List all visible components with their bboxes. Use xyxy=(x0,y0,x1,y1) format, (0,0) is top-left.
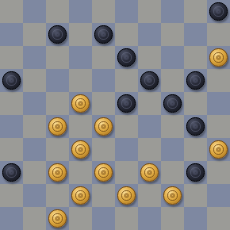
board-square xyxy=(207,69,230,92)
board-square[interactable] xyxy=(161,138,184,161)
board-square xyxy=(23,69,46,92)
board-square xyxy=(46,0,69,23)
board-square xyxy=(115,161,138,184)
board-square xyxy=(92,138,115,161)
draughts-board xyxy=(0,0,230,230)
board-square xyxy=(207,23,230,46)
board-square[interactable] xyxy=(92,115,115,138)
board-square xyxy=(69,115,92,138)
board-square[interactable] xyxy=(207,138,230,161)
board-square xyxy=(46,46,69,69)
board-square[interactable] xyxy=(184,115,207,138)
board-square[interactable] xyxy=(207,92,230,115)
board-square xyxy=(115,69,138,92)
gold-man[interactable] xyxy=(209,48,228,67)
board-square[interactable] xyxy=(115,138,138,161)
dark-man[interactable] xyxy=(163,94,182,113)
board-square[interactable] xyxy=(207,46,230,69)
dark-man[interactable] xyxy=(186,163,205,182)
dark-man[interactable] xyxy=(94,25,113,44)
board-square[interactable] xyxy=(207,0,230,23)
board-square[interactable] xyxy=(184,207,207,230)
board-square[interactable] xyxy=(0,115,23,138)
board-square xyxy=(161,23,184,46)
board-square xyxy=(207,207,230,230)
gold-man[interactable] xyxy=(163,186,182,205)
board-square xyxy=(69,69,92,92)
board-square xyxy=(138,0,161,23)
gold-man[interactable] xyxy=(48,163,67,182)
board-square[interactable] xyxy=(138,207,161,230)
board-square xyxy=(161,207,184,230)
board-square[interactable] xyxy=(69,138,92,161)
board-square xyxy=(115,207,138,230)
board-square xyxy=(23,23,46,46)
gold-man[interactable] xyxy=(71,140,90,159)
board-square xyxy=(92,0,115,23)
board-square xyxy=(0,92,23,115)
dark-man[interactable] xyxy=(186,71,205,90)
board-square xyxy=(115,23,138,46)
board-square[interactable] xyxy=(0,161,23,184)
board-square[interactable] xyxy=(161,92,184,115)
board-square[interactable] xyxy=(92,23,115,46)
board-square[interactable] xyxy=(138,69,161,92)
board-square[interactable] xyxy=(138,161,161,184)
board-square[interactable] xyxy=(69,0,92,23)
board-square[interactable] xyxy=(46,23,69,46)
board-square[interactable] xyxy=(69,184,92,207)
board-square[interactable] xyxy=(69,46,92,69)
board-square[interactable] xyxy=(46,115,69,138)
dark-man[interactable] xyxy=(2,71,21,90)
board-square xyxy=(138,138,161,161)
board-square[interactable] xyxy=(184,23,207,46)
board-square[interactable] xyxy=(23,46,46,69)
dark-man[interactable] xyxy=(2,163,21,182)
board-square xyxy=(138,184,161,207)
board-square[interactable] xyxy=(23,92,46,115)
board-square[interactable] xyxy=(46,207,69,230)
dark-man[interactable] xyxy=(48,25,67,44)
gold-man[interactable] xyxy=(117,186,136,205)
board-square[interactable] xyxy=(161,46,184,69)
board-square[interactable] xyxy=(0,69,23,92)
board-square xyxy=(184,184,207,207)
gold-man[interactable] xyxy=(94,117,113,136)
gold-man[interactable] xyxy=(48,209,67,228)
board-square[interactable] xyxy=(115,0,138,23)
board-square[interactable] xyxy=(46,161,69,184)
dark-man[interactable] xyxy=(117,94,136,113)
board-square[interactable] xyxy=(115,184,138,207)
board-square xyxy=(161,161,184,184)
board-square[interactable] xyxy=(138,115,161,138)
board-square xyxy=(69,23,92,46)
board-square xyxy=(184,0,207,23)
board-square xyxy=(0,184,23,207)
board-square[interactable] xyxy=(46,69,69,92)
board-square xyxy=(184,92,207,115)
board-square xyxy=(0,138,23,161)
board-square xyxy=(23,161,46,184)
gold-man[interactable] xyxy=(71,186,90,205)
board-square[interactable] xyxy=(23,138,46,161)
dark-man[interactable] xyxy=(186,117,205,136)
board-square xyxy=(46,92,69,115)
board-square xyxy=(23,115,46,138)
gold-man[interactable] xyxy=(209,140,228,159)
dark-man[interactable] xyxy=(209,2,228,21)
board-square xyxy=(115,115,138,138)
gold-man[interactable] xyxy=(94,163,113,182)
board-square xyxy=(46,138,69,161)
board-square[interactable] xyxy=(92,161,115,184)
gold-man[interactable] xyxy=(48,117,67,136)
board-square xyxy=(207,161,230,184)
board-square[interactable] xyxy=(115,92,138,115)
board-square[interactable] xyxy=(207,184,230,207)
board-square xyxy=(161,69,184,92)
board-square[interactable] xyxy=(161,0,184,23)
board-square xyxy=(92,46,115,69)
board-square[interactable] xyxy=(23,0,46,23)
board-square[interactable] xyxy=(0,207,23,230)
board-square[interactable] xyxy=(69,92,92,115)
board-square[interactable] xyxy=(92,69,115,92)
board-square[interactable] xyxy=(184,69,207,92)
board-square xyxy=(69,161,92,184)
board-square xyxy=(69,207,92,230)
board-square xyxy=(207,115,230,138)
board-square xyxy=(46,184,69,207)
board-square xyxy=(0,46,23,69)
board-square xyxy=(138,46,161,69)
dark-man[interactable] xyxy=(117,48,136,67)
board-square[interactable] xyxy=(23,184,46,207)
board-square[interactable] xyxy=(92,207,115,230)
board-square[interactable] xyxy=(115,46,138,69)
board-square xyxy=(23,207,46,230)
board-square[interactable] xyxy=(161,184,184,207)
gold-man[interactable] xyxy=(140,163,159,182)
board-square[interactable] xyxy=(184,161,207,184)
board-square xyxy=(0,0,23,23)
board-square[interactable] xyxy=(0,23,23,46)
board-square xyxy=(184,46,207,69)
board-square[interactable] xyxy=(138,23,161,46)
dark-man[interactable] xyxy=(140,71,159,90)
gold-man[interactable] xyxy=(71,94,90,113)
board-square xyxy=(184,138,207,161)
board-square xyxy=(138,92,161,115)
board-square xyxy=(161,115,184,138)
board-square xyxy=(92,184,115,207)
board-square xyxy=(92,92,115,115)
